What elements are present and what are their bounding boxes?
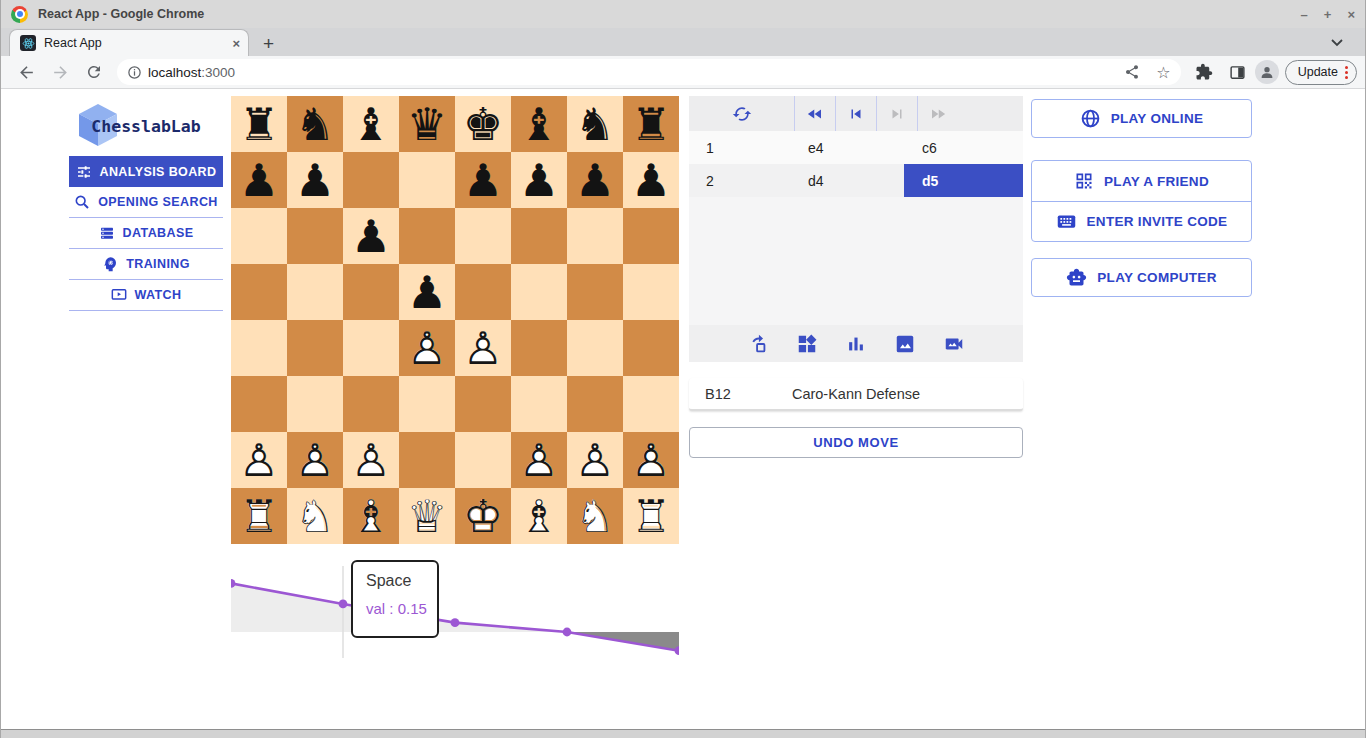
black-piece-n[interactable]: ♞ [567, 96, 623, 152]
square-g2[interactable]: ♟♙ [567, 432, 623, 488]
square-f1[interactable]: ♝♗ [511, 488, 567, 544]
square-c3[interactable] [343, 376, 399, 432]
opening-name: Caro-Kann Defense [689, 386, 1023, 402]
flip-restore-icon[interactable] [747, 333, 769, 355]
reload-icon[interactable] [82, 60, 106, 84]
opening-info-card: Caro-Kann Defense B12 [689, 378, 1023, 411]
move-white-d4[interactable]: d4 [751, 173, 904, 189]
sidebar-item-watch[interactable]: WATCH [69, 280, 223, 311]
black-piece-r[interactable]: ♜ [231, 96, 287, 152]
square-a7[interactable]: ♟ [231, 152, 287, 208]
square-a4[interactable] [231, 320, 287, 376]
square-e6[interactable] [455, 208, 511, 264]
close-button[interactable]: × [1347, 7, 1355, 22]
skip-next-button[interactable] [876, 96, 917, 131]
square-c7[interactable] [343, 152, 399, 208]
watch-icon [111, 287, 127, 303]
white-piece-P[interactable]: ♙ [399, 320, 455, 376]
square-d3[interactable] [399, 376, 455, 432]
bar-chart-icon[interactable] [845, 333, 867, 355]
square-f4[interactable] [511, 320, 567, 376]
flip-board-button[interactable] [689, 96, 794, 131]
sidebar-item-database[interactable]: DATABASE [69, 218, 223, 249]
square-f2[interactable]: ♟♙ [511, 432, 567, 488]
skip-previous-button[interactable] [835, 96, 876, 131]
sidebar-item-label: DATABASE [123, 226, 194, 240]
square-a1[interactable]: ♜♖ [231, 488, 287, 544]
square-g4[interactable] [567, 320, 623, 376]
square-d2[interactable] [399, 432, 455, 488]
white-piece-P[interactable]: ♙ [511, 432, 567, 488]
react-favicon-icon [20, 35, 36, 51]
white-piece-N[interactable]: ♘ [567, 488, 623, 544]
white-piece-B[interactable]: ♗ [343, 488, 399, 544]
play-a-friend-label: PLAY A FRIEND [1104, 174, 1209, 189]
white-piece-P[interactable]: ♙ [343, 432, 399, 488]
square-e5[interactable] [455, 264, 511, 320]
square-b2[interactable]: ♟♙ [287, 432, 343, 488]
app-logo: ChesslabLab [69, 100, 223, 152]
move-list-empty-area [689, 197, 1023, 325]
square-d4[interactable]: ♟♙ [399, 320, 455, 376]
tooltip-value: val : 0.15 [366, 600, 437, 617]
square-e2[interactable] [455, 432, 511, 488]
square-h3[interactable] [623, 376, 679, 432]
square-c6[interactable]: ♟ [343, 208, 399, 264]
black-piece-q[interactable]: ♛ [399, 96, 455, 152]
play-computer-label: PLAY COMPUTER [1097, 270, 1216, 285]
square-b7[interactable]: ♟ [287, 152, 343, 208]
move-number: 1 [689, 140, 751, 156]
fast-forward-button[interactable] [917, 96, 958, 131]
tooltip-title: Space [366, 572, 437, 590]
square-h4[interactable] [623, 320, 679, 376]
tune-icon [76, 164, 92, 180]
friend-buttons-group: PLAY A FRIEND ENTER INVITE CODE [1031, 160, 1252, 242]
side-panel-icon[interactable] [1226, 60, 1250, 84]
square-b3[interactable] [287, 376, 343, 432]
square-f8[interactable]: ♝ [511, 96, 567, 152]
share-icon[interactable] [1124, 64, 1140, 80]
skip-next-icon [888, 105, 906, 123]
update-button[interactable]: Update [1285, 60, 1357, 85]
square-e1[interactable]: ♚♔ [455, 488, 511, 544]
black-piece-p[interactable]: ♟ [231, 152, 287, 208]
chart-tooltip: Space val : 0.15 [351, 560, 439, 638]
browser-toolbar: localhost:3000 ☆ Update [1, 56, 1365, 89]
white-piece-P[interactable]: ♙ [231, 432, 287, 488]
square-h8[interactable]: ♜ [623, 96, 679, 152]
square-g8[interactable]: ♞ [567, 96, 623, 152]
tab-title: React App [44, 36, 102, 50]
square-b5[interactable] [287, 264, 343, 320]
black-piece-p[interactable]: ♟ [287, 152, 343, 208]
square-h5[interactable] [623, 264, 679, 320]
white-piece-N[interactable]: ♘ [287, 488, 343, 544]
black-piece-p[interactable]: ♟ [399, 264, 455, 320]
square-h2[interactable]: ♟♙ [623, 432, 679, 488]
new-tab-button[interactable]: + [263, 34, 274, 53]
square-e8[interactable]: ♚ [455, 96, 511, 152]
black-piece-b[interactable]: ♝ [511, 96, 567, 152]
black-piece-p[interactable]: ♟ [567, 152, 623, 208]
fast-forward-icon [929, 105, 947, 123]
square-e3[interactable] [455, 376, 511, 432]
square-c5[interactable] [343, 264, 399, 320]
browser-window: React App - Google Chrome – + × React Ap… [0, 0, 1366, 738]
square-a8[interactable]: ♜ [231, 96, 287, 152]
white-piece-P[interactable]: ♙ [623, 432, 679, 488]
evaluation-chart[interactable]: Space val : 0.15 [231, 558, 679, 663]
square-f6[interactable] [511, 208, 567, 264]
sidebar-item-label: TRAINING [126, 257, 190, 271]
sidebar-item-label: ANALYSIS BOARD [100, 165, 217, 179]
chess-board[interactable]: ♜♞♝♛♚♝♞♜♟♟♟♟♟♟♟♟♟♙♟♙♟♙♟♙♟♙♟♙♟♙♟♙♜♖♞♘♝♗♛♕… [231, 96, 679, 544]
black-piece-r[interactable]: ♜ [623, 96, 679, 152]
black-piece-p[interactable]: ♟ [343, 208, 399, 264]
search-icon [74, 194, 90, 210]
square-d5[interactable]: ♟ [399, 264, 455, 320]
white-piece-P[interactable]: ♙ [287, 432, 343, 488]
square-d8[interactable]: ♛ [399, 96, 455, 152]
square-c8[interactable]: ♝ [343, 96, 399, 152]
fast-rewind-button[interactable] [794, 96, 835, 131]
address-bar[interactable]: localhost:3000 ☆ [117, 59, 1181, 85]
move-row-2: 2 d4 d5 [689, 164, 1023, 197]
square-g6[interactable] [567, 208, 623, 264]
square-h7[interactable]: ♟ [623, 152, 679, 208]
tab-search-chevron-icon[interactable] [1331, 33, 1343, 51]
black-piece-b[interactable]: ♝ [343, 96, 399, 152]
qr-code-icon [1074, 171, 1094, 191]
sidebar-item-training[interactable]: TRAINING [69, 249, 223, 280]
minimize-button[interactable]: – [1301, 7, 1308, 22]
info-icon[interactable] [127, 65, 142, 80]
square-a6[interactable] [231, 208, 287, 264]
white-piece-K[interactable]: ♔ [455, 488, 511, 544]
move-row-1: 1 e4 c6 [689, 131, 1023, 164]
board-tools-bar [689, 325, 1023, 362]
play-online-label: PLAY ONLINE [1111, 111, 1204, 126]
square-b1[interactable]: ♞♘ [287, 488, 343, 544]
url-port: :3000 [201, 65, 235, 80]
sidebar: ChesslabLab ANALYSIS BOARD OPENING SEARC… [69, 100, 223, 311]
bookmark-star-icon[interactable]: ☆ [1156, 63, 1170, 82]
square-f5[interactable] [511, 264, 567, 320]
play-a-friend-button[interactable]: PLAY A FRIEND [1032, 161, 1251, 201]
square-d1[interactable]: ♛♕ [399, 488, 455, 544]
keyboard-icon [1056, 211, 1077, 232]
white-piece-P[interactable]: ♙ [455, 320, 511, 376]
video-icon[interactable] [943, 333, 965, 355]
square-g5[interactable] [567, 264, 623, 320]
flip-board-icon [732, 104, 752, 124]
square-c2[interactable]: ♟♙ [343, 432, 399, 488]
play-computer-button[interactable]: PLAY COMPUTER [1031, 258, 1252, 297]
white-piece-P[interactable]: ♙ [567, 432, 623, 488]
black-piece-n[interactable]: ♞ [287, 96, 343, 152]
move-black-d5-selected[interactable]: d5 [904, 164, 1023, 197]
profile-avatar[interactable] [1255, 60, 1279, 84]
undo-move-button[interactable]: UNDO MOVE [689, 427, 1023, 458]
fast-rewind-icon [806, 105, 824, 123]
white-piece-Q[interactable]: ♕ [399, 488, 455, 544]
back-icon[interactable] [14, 60, 38, 84]
url-host: localhost [148, 65, 201, 80]
sidebar-item-analysis-board[interactable]: ANALYSIS BOARD [69, 156, 223, 187]
training-icon [102, 256, 118, 272]
move-white-e4[interactable]: e4 [751, 140, 904, 156]
move-controls [689, 96, 1023, 131]
sidebar-item-opening-search[interactable]: OPENING SEARCH [69, 187, 223, 218]
widgets-icon[interactable] [796, 333, 818, 355]
square-d7[interactable] [399, 152, 455, 208]
forward-icon[interactable] [48, 60, 72, 84]
black-piece-k[interactable]: ♚ [455, 96, 511, 152]
update-label: Update [1298, 65, 1338, 79]
square-a2[interactable]: ♟♙ [231, 432, 287, 488]
database-icon [99, 225, 115, 241]
square-h1[interactable]: ♜♖ [623, 488, 679, 544]
sidebar-item-label: WATCH [135, 288, 182, 302]
square-a3[interactable] [231, 376, 287, 432]
enter-invite-code-button[interactable]: ENTER INVITE CODE [1032, 201, 1251, 241]
square-h6[interactable] [623, 208, 679, 264]
square-f7[interactable]: ♟ [511, 152, 567, 208]
tab-close-icon[interactable]: × [232, 36, 240, 51]
maximize-button[interactable]: + [1324, 7, 1332, 22]
sidebar-nav: ANALYSIS BOARD OPENING SEARCH DATABASE T… [69, 156, 223, 311]
tab-react-app[interactable]: React App × [9, 29, 249, 56]
square-c4[interactable] [343, 320, 399, 376]
enter-invite-code-label: ENTER INVITE CODE [1087, 214, 1228, 229]
move-black-c6[interactable]: c6 [904, 131, 1023, 164]
black-piece-p[interactable]: ♟ [623, 152, 679, 208]
black-piece-p[interactable]: ♟ [455, 152, 511, 208]
chrome-logo-icon [11, 6, 28, 23]
square-g7[interactable]: ♟ [567, 152, 623, 208]
robot-icon [1066, 267, 1087, 288]
image-icon[interactable] [894, 333, 916, 355]
square-c1[interactable]: ♝♗ [343, 488, 399, 544]
app-logo-text: ChesslabLab [91, 117, 200, 136]
square-e7[interactable]: ♟ [455, 152, 511, 208]
move-number: 2 [689, 173, 751, 189]
sidebar-item-label: OPENING SEARCH [98, 195, 218, 209]
square-d6[interactable] [399, 208, 455, 264]
play-online-button[interactable]: PLAY ONLINE [1031, 99, 1252, 138]
window-bottom-frame [1, 729, 1365, 738]
page-content: ChesslabLab ANALYSIS BOARD OPENING SEARC… [1, 89, 1365, 729]
square-b8[interactable]: ♞ [287, 96, 343, 152]
menu-dots-icon [1345, 66, 1348, 79]
move-panel: 1 e4 c6 2 d4 d5 Caro-Kann Defense B12 [689, 96, 1023, 458]
globe-icon [1080, 108, 1101, 129]
white-piece-B[interactable]: ♗ [511, 488, 567, 544]
square-b6[interactable] [287, 208, 343, 264]
square-a5[interactable] [231, 264, 287, 320]
tab-strip: React App × + [1, 28, 1365, 56]
extensions-puzzle-icon[interactable] [1192, 60, 1216, 84]
square-e4[interactable]: ♟♙ [455, 320, 511, 376]
white-piece-R[interactable]: ♖ [231, 488, 287, 544]
black-piece-p[interactable]: ♟ [511, 152, 567, 208]
square-g3[interactable] [567, 376, 623, 432]
skip-previous-icon [847, 105, 865, 123]
square-g1[interactable]: ♞♘ [567, 488, 623, 544]
square-b4[interactable] [287, 320, 343, 376]
window-title: React App - Google Chrome [38, 7, 204, 21]
white-piece-R[interactable]: ♖ [623, 488, 679, 544]
window-titlebar: React App - Google Chrome – + × [1, 0, 1365, 28]
square-f3[interactable] [511, 376, 567, 432]
